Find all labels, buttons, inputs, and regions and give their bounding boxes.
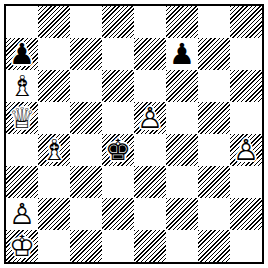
square-f6 [166, 70, 198, 102]
square-b8 [38, 6, 70, 38]
square-h8 [230, 6, 262, 38]
square-c4 [70, 134, 102, 166]
square-g4 [198, 134, 230, 166]
piece-glyph: ♚ [102, 134, 134, 166]
piece-glyph: ♔ [6, 230, 38, 262]
white-pawn: ♟♙ [134, 102, 166, 134]
square-d3 [102, 166, 134, 198]
square-b7 [38, 38, 70, 70]
square-d8 [102, 6, 134, 38]
square-h1 [230, 230, 262, 262]
piece-glyph: ♙ [134, 102, 166, 134]
chess-board: ♟♟♟♟♝♗♛♕♟♙♝♗♚♚♟♙♟♙♚♔ [6, 6, 262, 262]
square-b1 [38, 230, 70, 262]
white-queen: ♛♕ [6, 102, 38, 134]
white-king: ♚♔ [6, 230, 38, 262]
square-a3 [6, 166, 38, 198]
square-a8 [6, 6, 38, 38]
piece-glyph: ♗ [38, 134, 70, 166]
square-g8 [198, 6, 230, 38]
square-a2: ♟♙ [6, 198, 38, 230]
square-f1 [166, 230, 198, 262]
square-d5 [102, 102, 134, 134]
square-c3 [70, 166, 102, 198]
square-e4 [134, 134, 166, 166]
white-bishop: ♝♗ [38, 134, 70, 166]
square-b5 [38, 102, 70, 134]
square-b2 [38, 198, 70, 230]
chess-diagram-frame: ♟♟♟♟♝♗♛♕♟♙♝♗♚♚♟♙♟♙♚♔ [4, 4, 264, 264]
square-d6 [102, 70, 134, 102]
square-h6 [230, 70, 262, 102]
square-e1 [134, 230, 166, 262]
square-a5: ♛♕ [6, 102, 38, 134]
square-h5 [230, 102, 262, 134]
black-pawn: ♟♟ [166, 38, 198, 70]
square-f4 [166, 134, 198, 166]
square-g1 [198, 230, 230, 262]
piece-glyph: ♕ [6, 102, 38, 134]
square-e3 [134, 166, 166, 198]
piece-glyph: ♙ [6, 198, 38, 230]
square-g3 [198, 166, 230, 198]
black-king: ♚♚ [102, 134, 134, 166]
square-b3 [38, 166, 70, 198]
square-a1: ♚♔ [6, 230, 38, 262]
square-f3 [166, 166, 198, 198]
square-g5 [198, 102, 230, 134]
square-h7 [230, 38, 262, 70]
square-h3 [230, 166, 262, 198]
square-f2 [166, 198, 198, 230]
piece-glyph: ♟ [6, 38, 38, 70]
square-h4: ♟♙ [230, 134, 262, 166]
white-pawn: ♟♙ [230, 134, 262, 166]
square-d4: ♚♚ [102, 134, 134, 166]
square-e5: ♟♙ [134, 102, 166, 134]
square-g7 [198, 38, 230, 70]
square-f5 [166, 102, 198, 134]
piece-glyph: ♟ [166, 38, 198, 70]
square-c5 [70, 102, 102, 134]
square-d2 [102, 198, 134, 230]
white-bishop: ♝♗ [6, 70, 38, 102]
square-e7 [134, 38, 166, 70]
square-f8 [166, 6, 198, 38]
square-g2 [198, 198, 230, 230]
square-c2 [70, 198, 102, 230]
square-a4 [6, 134, 38, 166]
square-g6 [198, 70, 230, 102]
black-pawn: ♟♟ [6, 38, 38, 70]
square-c7 [70, 38, 102, 70]
square-a7: ♟♟ [6, 38, 38, 70]
white-pawn: ♟♙ [6, 198, 38, 230]
square-d1 [102, 230, 134, 262]
square-c6 [70, 70, 102, 102]
square-c1 [70, 230, 102, 262]
square-b4: ♝♗ [38, 134, 70, 166]
square-f7: ♟♟ [166, 38, 198, 70]
piece-glyph: ♙ [230, 134, 262, 166]
square-a6: ♝♗ [6, 70, 38, 102]
square-d7 [102, 38, 134, 70]
square-h2 [230, 198, 262, 230]
square-e6 [134, 70, 166, 102]
square-c8 [70, 6, 102, 38]
square-e8 [134, 6, 166, 38]
square-e2 [134, 198, 166, 230]
piece-glyph: ♗ [6, 70, 38, 102]
square-b6 [38, 70, 70, 102]
